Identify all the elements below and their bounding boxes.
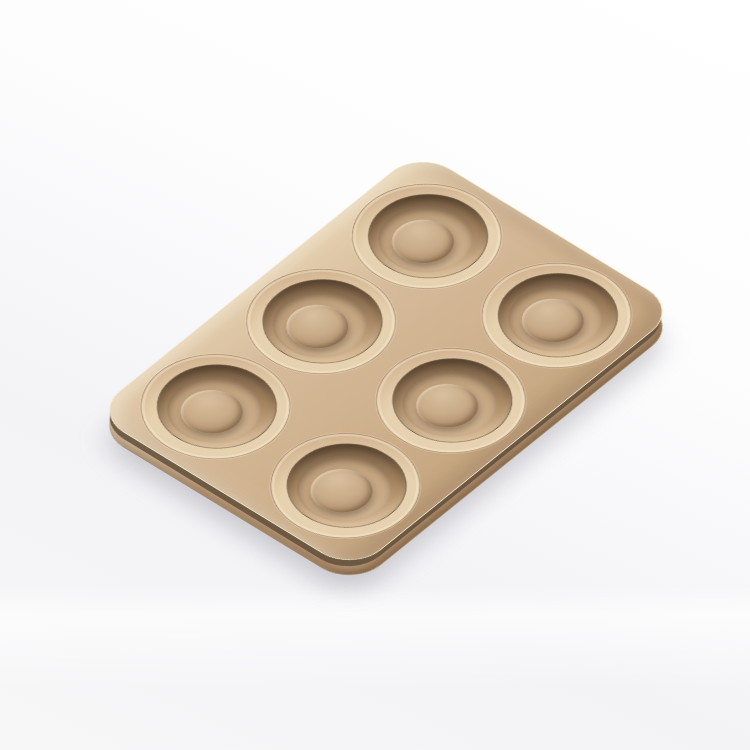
cup-cavity	[473, 256, 642, 375]
cup-cavity	[368, 341, 537, 460]
cup-cavity	[132, 347, 301, 466]
cup-cavity	[343, 177, 512, 296]
product-photo: Studio product photograph of an empty ch…	[0, 0, 750, 750]
cup-cavity	[238, 262, 407, 381]
cup-cavity	[262, 426, 431, 545]
